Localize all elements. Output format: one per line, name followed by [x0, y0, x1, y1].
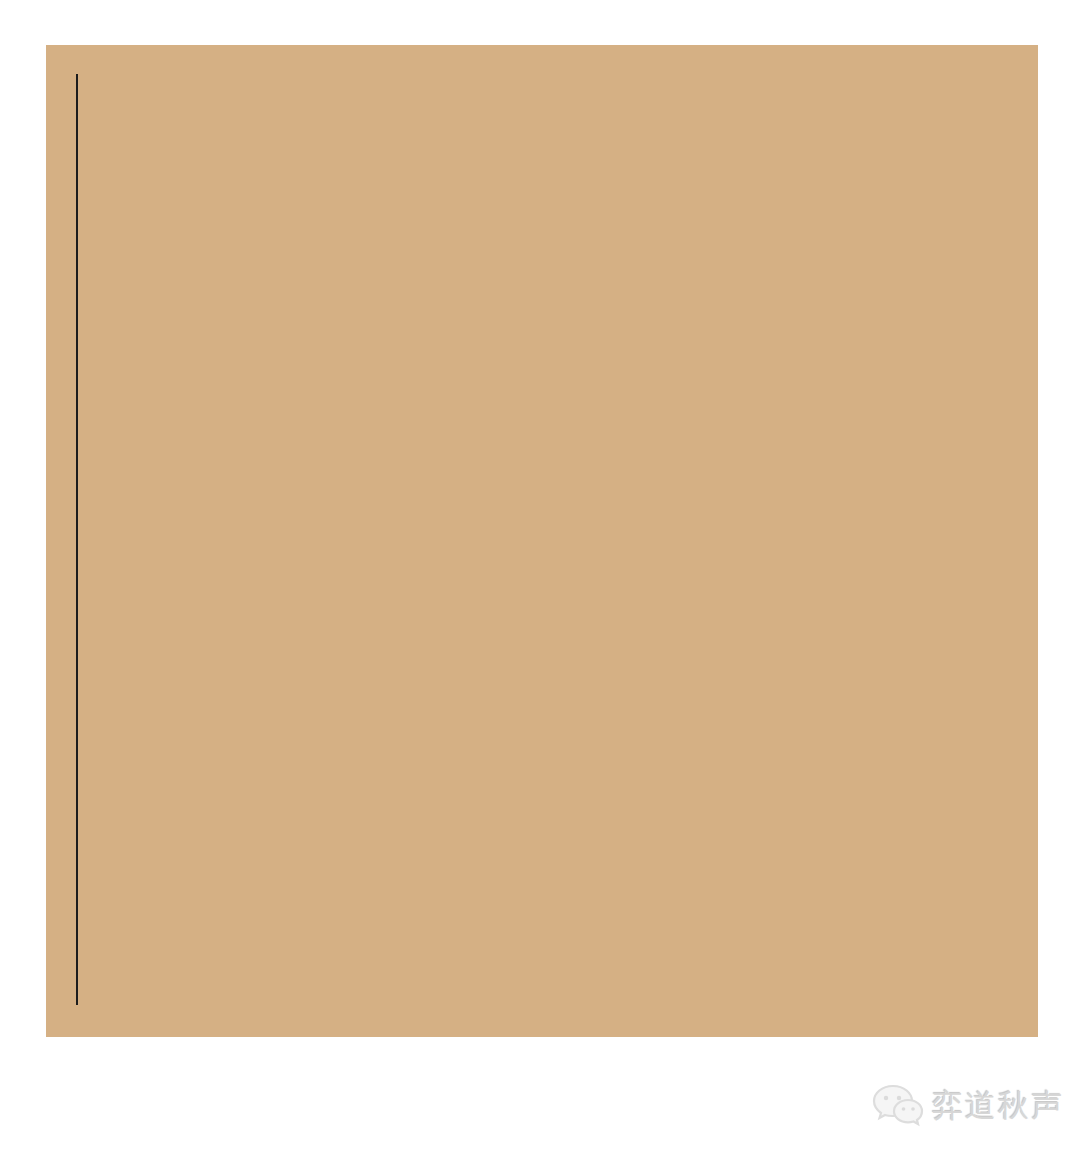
watermark-text: 弈道秋声: [932, 1085, 1064, 1127]
watermark-logo: 弈道秋声: [872, 1084, 1064, 1128]
go-board: [46, 45, 1038, 1037]
grid-line-vertical: [76, 74, 78, 1005]
wechat-icon: [872, 1084, 924, 1128]
go-diagram-page: 弈道秋声: [0, 0, 1080, 1156]
